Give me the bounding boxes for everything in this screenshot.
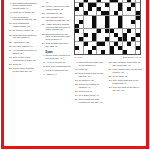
- puzzle-page: 6th day (4)7The gathering together of th…: [0, 0, 150, 150]
- page-border: [1, 0, 149, 149]
